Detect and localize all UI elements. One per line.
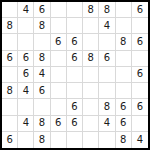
sudoku-cell-empty[interactable] <box>116 51 132 67</box>
sudoku-cell-empty[interactable] <box>51 67 67 83</box>
sudoku-cell-given: 6 <box>18 51 34 67</box>
sudoku-cell-given: 6 <box>34 2 50 18</box>
sudoku-cell-empty[interactable] <box>51 18 67 34</box>
sudoku-cell-empty[interactable] <box>83 34 99 50</box>
sudoku-cell-given: 6 <box>132 34 148 50</box>
sudoku-cell-empty[interactable] <box>132 18 148 34</box>
sudoku-cell-given: 4 <box>99 116 115 132</box>
sudoku-cell-empty[interactable] <box>2 67 18 83</box>
sudoku-cell-empty[interactable] <box>132 51 148 67</box>
sudoku-cell-given: 6 <box>51 116 67 132</box>
sudoku-cell-given: 4 <box>18 2 34 18</box>
sudoku-cell-empty[interactable] <box>83 83 99 99</box>
sudoku-cell-empty[interactable] <box>67 2 83 18</box>
sudoku-cell-empty[interactable] <box>67 67 83 83</box>
sudoku-cell-given: 6 <box>2 132 18 148</box>
sudoku-cell-given: 8 <box>34 132 50 148</box>
sudoku-cell-empty[interactable] <box>116 18 132 34</box>
sudoku-cell-given: 4 <box>34 67 50 83</box>
sudoku-cell-given: 4 <box>132 132 148 148</box>
sudoku-cell-given: 4 <box>18 116 34 132</box>
sudoku-cell-empty[interactable] <box>83 132 99 148</box>
sudoku-cell-empty[interactable] <box>51 2 67 18</box>
sudoku-cell-empty[interactable] <box>132 83 148 99</box>
sudoku-cell-empty[interactable] <box>2 2 18 18</box>
sudoku-cell-empty[interactable] <box>2 34 18 50</box>
sudoku-cell-empty[interactable] <box>116 2 132 18</box>
sudoku-cell-empty[interactable] <box>99 34 115 50</box>
sudoku-cell-empty[interactable] <box>67 132 83 148</box>
sudoku-cell-given: 6 <box>67 116 83 132</box>
sudoku-cell-given: 4 <box>99 18 115 34</box>
sudoku-cell-given: 8 <box>2 83 18 99</box>
sudoku-cell-empty[interactable] <box>51 99 67 115</box>
sudoku-cell-given: 6 <box>116 99 132 115</box>
sudoku-board: 46886884668666868664684668664866466884 <box>0 0 150 150</box>
sudoku-cell-given: 6 <box>34 83 50 99</box>
sudoku-cell-empty[interactable] <box>83 67 99 83</box>
sudoku-cell-given: 8 <box>34 18 50 34</box>
sudoku-cell-empty[interactable] <box>116 67 132 83</box>
sudoku-cell-given: 6 <box>132 2 148 18</box>
sudoku-cell-empty[interactable] <box>99 83 115 99</box>
sudoku-cell-empty[interactable] <box>51 51 67 67</box>
sudoku-cell-empty[interactable] <box>67 83 83 99</box>
sudoku-cell-empty[interactable] <box>83 99 99 115</box>
sudoku-cell-empty[interactable] <box>34 34 50 50</box>
sudoku-cell-empty[interactable] <box>51 132 67 148</box>
sudoku-cell-given: 8 <box>99 2 115 18</box>
sudoku-cell-given: 8 <box>83 51 99 67</box>
sudoku-cell-empty[interactable] <box>83 18 99 34</box>
sudoku-cell-empty[interactable] <box>99 67 115 83</box>
sudoku-cell-empty[interactable] <box>18 132 34 148</box>
sudoku-cell-empty[interactable] <box>18 34 34 50</box>
sudoku-cell-given: 6 <box>132 67 148 83</box>
sudoku-cell-given: 6 <box>67 34 83 50</box>
sudoku-cell-given: 6 <box>67 99 83 115</box>
sudoku-cell-empty[interactable] <box>18 18 34 34</box>
sudoku-cell-given: 6 <box>132 99 148 115</box>
sudoku-cell-empty[interactable] <box>116 83 132 99</box>
sudoku-cell-given: 6 <box>99 51 115 67</box>
sudoku-cell-given: 6 <box>116 116 132 132</box>
sudoku-cell-given: 8 <box>99 99 115 115</box>
sudoku-cell-given: 8 <box>2 18 18 34</box>
sudoku-cell-empty[interactable] <box>34 99 50 115</box>
sudoku-cell-given: 8 <box>34 51 50 67</box>
sudoku-cell-empty[interactable] <box>83 116 99 132</box>
sudoku-cell-given: 4 <box>18 83 34 99</box>
sudoku-cell-given: 6 <box>2 51 18 67</box>
sudoku-cell-given: 8 <box>83 2 99 18</box>
sudoku-cell-empty[interactable] <box>2 99 18 115</box>
sudoku-cell-empty[interactable] <box>18 99 34 115</box>
sudoku-cell-given: 6 <box>18 67 34 83</box>
sudoku-cell-empty[interactable] <box>132 116 148 132</box>
sudoku-cell-empty[interactable] <box>99 132 115 148</box>
sudoku-cell-given: 6 <box>51 34 67 50</box>
sudoku-cell-empty[interactable] <box>2 116 18 132</box>
sudoku-cell-empty[interactable] <box>67 18 83 34</box>
sudoku-cell-given: 8 <box>34 116 50 132</box>
sudoku-cell-given: 6 <box>67 51 83 67</box>
sudoku-cell-empty[interactable] <box>51 83 67 99</box>
sudoku-cell-given: 8 <box>116 132 132 148</box>
sudoku-cell-given: 8 <box>116 34 132 50</box>
